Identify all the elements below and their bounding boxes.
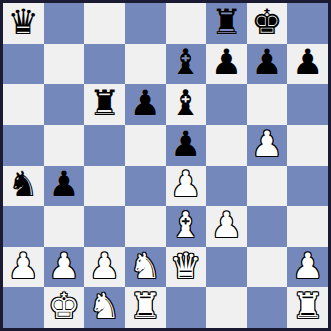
black-queen-a8[interactable]: ♛ xyxy=(8,5,39,40)
black-rook-f8[interactable]: ♜ xyxy=(211,5,242,40)
white-pawn-b2[interactable]: ♟ xyxy=(48,249,79,284)
square-h7[interactable]: ♟ xyxy=(287,44,328,85)
square-e1[interactable] xyxy=(166,287,207,328)
square-e4[interactable]: ♟ xyxy=(166,166,207,207)
square-f8[interactable]: ♜ xyxy=(206,3,247,44)
square-a7[interactable] xyxy=(3,44,44,85)
square-c2[interactable]: ♟ xyxy=(84,247,125,288)
square-h8[interactable] xyxy=(287,3,328,44)
square-h5[interactable] xyxy=(287,125,328,166)
square-b1[interactable]: ♚ xyxy=(44,287,85,328)
black-pawn-f7[interactable]: ♟ xyxy=(211,45,242,80)
white-pawn-g5[interactable]: ♟ xyxy=(251,127,282,162)
square-g2[interactable] xyxy=(247,247,288,288)
black-pawn-e5[interactable]: ♟ xyxy=(170,127,201,162)
square-e6[interactable]: ♝ xyxy=(166,84,207,125)
chess-board: ♛♜♚♝♟♟♟♜♟♝♟♟♞♟♟♝♟♟♟♟♞♛♟♚♞♜♜ xyxy=(0,0,331,331)
square-b5[interactable] xyxy=(44,125,85,166)
white-pawn-e4[interactable]: ♟ xyxy=(170,167,201,202)
square-b3[interactable] xyxy=(44,206,85,247)
square-c3[interactable] xyxy=(84,206,125,247)
square-c1[interactable]: ♞ xyxy=(84,287,125,328)
white-knight-c1[interactable]: ♞ xyxy=(89,289,120,324)
square-e3[interactable]: ♝ xyxy=(166,206,207,247)
black-rook-c6[interactable]: ♜ xyxy=(89,86,120,121)
square-h1[interactable]: ♜ xyxy=(287,287,328,328)
square-g3[interactable] xyxy=(247,206,288,247)
square-g1[interactable] xyxy=(247,287,288,328)
square-g6[interactable] xyxy=(247,84,288,125)
white-rook-d1[interactable]: ♜ xyxy=(129,289,160,324)
square-b8[interactable] xyxy=(44,3,85,44)
square-a8[interactable]: ♛ xyxy=(3,3,44,44)
square-d4[interactable] xyxy=(125,166,166,207)
square-b6[interactable] xyxy=(44,84,85,125)
square-g5[interactable]: ♟ xyxy=(247,125,288,166)
square-d5[interactable] xyxy=(125,125,166,166)
square-d2[interactable]: ♞ xyxy=(125,247,166,288)
square-c5[interactable] xyxy=(84,125,125,166)
square-g8[interactable]: ♚ xyxy=(247,3,288,44)
square-b2[interactable]: ♟ xyxy=(44,247,85,288)
square-f7[interactable]: ♟ xyxy=(206,44,247,85)
square-e5[interactable]: ♟ xyxy=(166,125,207,166)
black-pawn-g7[interactable]: ♟ xyxy=(251,45,282,80)
square-a1[interactable] xyxy=(3,287,44,328)
white-pawn-a2[interactable]: ♟ xyxy=(8,249,39,284)
square-a4[interactable]: ♞ xyxy=(3,166,44,207)
square-a2[interactable]: ♟ xyxy=(3,247,44,288)
square-g7[interactable]: ♟ xyxy=(247,44,288,85)
white-pawn-f3[interactable]: ♟ xyxy=(211,208,242,243)
white-king-b1[interactable]: ♚ xyxy=(48,289,79,324)
square-e7[interactable]: ♝ xyxy=(166,44,207,85)
square-b7[interactable] xyxy=(44,44,85,85)
square-d8[interactable] xyxy=(125,3,166,44)
square-d6[interactable]: ♟ xyxy=(125,84,166,125)
square-h2[interactable]: ♟ xyxy=(287,247,328,288)
square-d7[interactable] xyxy=(125,44,166,85)
square-f2[interactable] xyxy=(206,247,247,288)
black-bishop-e7[interactable]: ♝ xyxy=(170,45,201,80)
black-king-g8[interactable]: ♚ xyxy=(251,5,282,40)
black-knight-a4[interactable]: ♞ xyxy=(8,167,39,202)
square-h6[interactable] xyxy=(287,84,328,125)
square-c6[interactable]: ♜ xyxy=(84,84,125,125)
square-a6[interactable] xyxy=(3,84,44,125)
square-a3[interactable] xyxy=(3,206,44,247)
black-pawn-b4[interactable]: ♟ xyxy=(48,167,79,202)
white-pawn-c2[interactable]: ♟ xyxy=(89,249,120,284)
square-f6[interactable] xyxy=(206,84,247,125)
white-bishop-e3[interactable]: ♝ xyxy=(170,208,201,243)
square-g4[interactable] xyxy=(247,166,288,207)
square-d1[interactable]: ♜ xyxy=(125,287,166,328)
black-pawn-d6[interactable]: ♟ xyxy=(129,86,160,121)
square-f3[interactable]: ♟ xyxy=(206,206,247,247)
square-a5[interactable] xyxy=(3,125,44,166)
white-queen-e2[interactable]: ♛ xyxy=(170,249,201,284)
square-e8[interactable] xyxy=(166,3,207,44)
square-h3[interactable] xyxy=(287,206,328,247)
square-f5[interactable] xyxy=(206,125,247,166)
square-h4[interactable] xyxy=(287,166,328,207)
square-e2[interactable]: ♛ xyxy=(166,247,207,288)
square-c7[interactable] xyxy=(84,44,125,85)
square-d3[interactable] xyxy=(125,206,166,247)
black-pawn-h7[interactable]: ♟ xyxy=(292,45,323,80)
white-rook-h1[interactable]: ♜ xyxy=(292,289,323,324)
square-c4[interactable] xyxy=(84,166,125,207)
white-pawn-h2[interactable]: ♟ xyxy=(292,249,323,284)
black-bishop-e6[interactable]: ♝ xyxy=(170,86,201,121)
square-f4[interactable] xyxy=(206,166,247,207)
square-b4[interactable]: ♟ xyxy=(44,166,85,207)
white-knight-d2[interactable]: ♞ xyxy=(129,249,160,284)
square-f1[interactable] xyxy=(206,287,247,328)
square-c8[interactable] xyxy=(84,3,125,44)
